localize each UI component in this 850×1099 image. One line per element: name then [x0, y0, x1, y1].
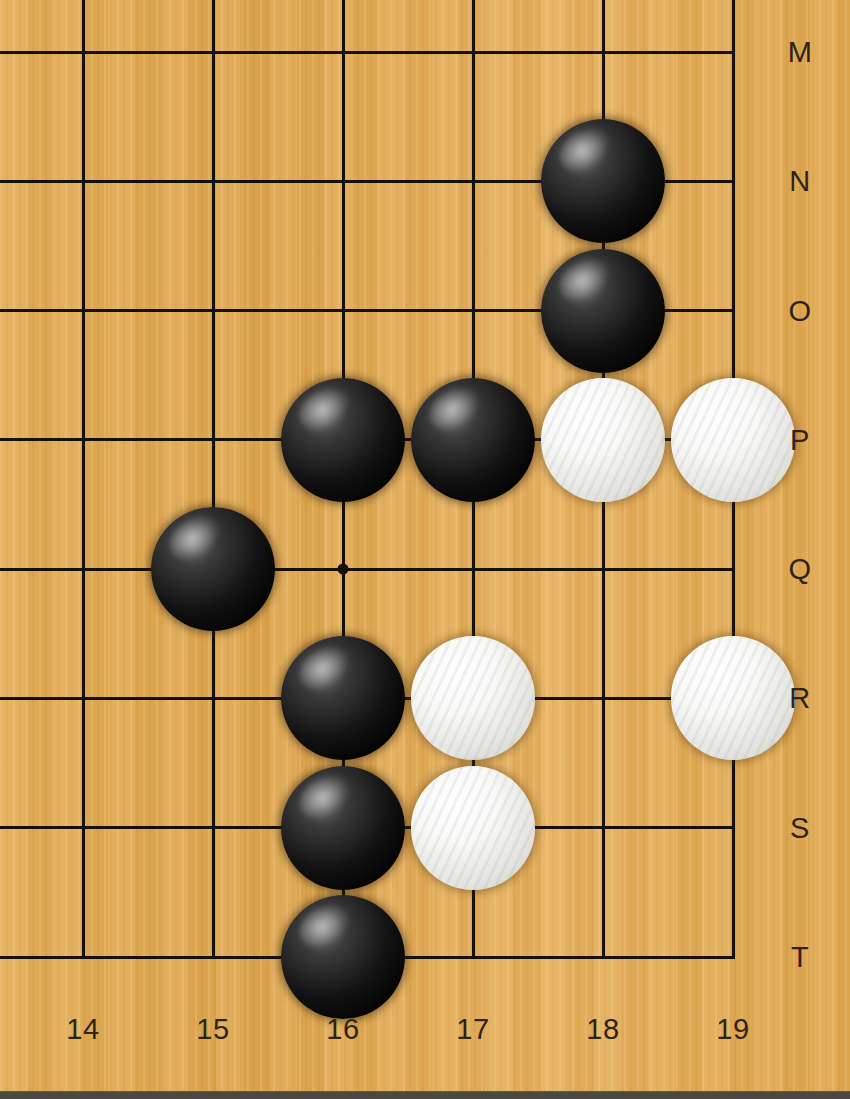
col-label-18: 18: [586, 1015, 619, 1044]
grid-line-row-Q: [0, 568, 735, 571]
go-board[interactable]: MNOPQRST141516171819: [0, 0, 850, 1099]
row-label-T: T: [791, 943, 809, 972]
grid-line-col-15: [212, 0, 215, 959]
row-label-S: S: [790, 813, 810, 842]
stone-black-16R[interactable]: [281, 636, 405, 760]
stone-white-19R[interactable]: [671, 636, 795, 760]
stone-white-19P[interactable]: [671, 378, 795, 502]
col-label-19: 19: [716, 1015, 749, 1044]
stone-black-16S[interactable]: [281, 766, 405, 890]
col-label-16: 16: [326, 1015, 359, 1044]
grid-line-row-M: [0, 51, 735, 54]
row-label-O: O: [788, 296, 811, 325]
stone-black-18O[interactable]: [541, 249, 665, 373]
row-label-P: P: [790, 425, 810, 454]
stone-black-17P[interactable]: [411, 378, 535, 502]
star-point-16Q: [338, 564, 349, 575]
go-board-screen: MNOPQRST141516171819: [0, 0, 850, 1099]
stone-black-18N[interactable]: [541, 119, 665, 243]
row-label-N: N: [789, 167, 810, 196]
col-label-17: 17: [456, 1015, 489, 1044]
stone-black-16T[interactable]: [281, 895, 405, 1019]
col-label-15: 15: [196, 1015, 229, 1044]
stone-black-15Q[interactable]: [151, 507, 275, 631]
grid-line-col-14: [82, 0, 85, 959]
stone-white-18P[interactable]: [541, 378, 665, 502]
stone-white-17R[interactable]: [411, 636, 535, 760]
row-label-M: M: [788, 38, 813, 67]
col-label-14: 14: [66, 1015, 99, 1044]
row-label-R: R: [789, 684, 810, 713]
stone-white-17S[interactable]: [411, 766, 535, 890]
stone-black-16P[interactable]: [281, 378, 405, 502]
row-label-Q: Q: [788, 555, 811, 584]
bottom-bar: [0, 1091, 850, 1099]
